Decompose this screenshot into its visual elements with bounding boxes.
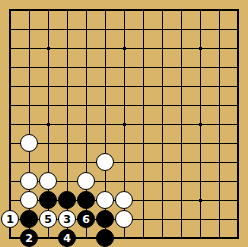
- stone-white: [115, 191, 133, 209]
- move-number-label: 3: [63, 214, 71, 225]
- stone-black-move-6: 6: [77, 210, 95, 228]
- stone-white: [20, 172, 38, 190]
- stone-white: [20, 191, 38, 209]
- stone-white: [39, 172, 57, 190]
- move-number-label: 2: [25, 233, 33, 244]
- stone-white: [77, 172, 95, 190]
- stone-white: [115, 210, 133, 228]
- stone-white-move-5: 5: [39, 210, 57, 228]
- move-number-label: 6: [82, 214, 90, 225]
- stone-white-move-3: 3: [58, 210, 76, 228]
- stone-black: [96, 210, 114, 228]
- stone-white: [20, 134, 38, 152]
- stone-black-move-4: 4: [58, 229, 76, 247]
- stone-black: [58, 191, 76, 209]
- stone-black-move-2: 2: [20, 229, 38, 247]
- stone-black: [77, 191, 95, 209]
- stone-white-move-1: 1: [1, 210, 19, 228]
- stone-black: [39, 191, 57, 209]
- go-board: 153624: [0, 0, 247, 247]
- stone-black: [96, 229, 114, 247]
- move-number-label: 4: [63, 233, 71, 244]
- stone-black: [20, 210, 38, 228]
- stone-white: [96, 191, 114, 209]
- stones-layer: 153624: [1, 1, 248, 247]
- move-number-label: 1: [6, 214, 14, 225]
- move-number-label: 5: [44, 214, 52, 225]
- stone-white: [96, 153, 114, 171]
